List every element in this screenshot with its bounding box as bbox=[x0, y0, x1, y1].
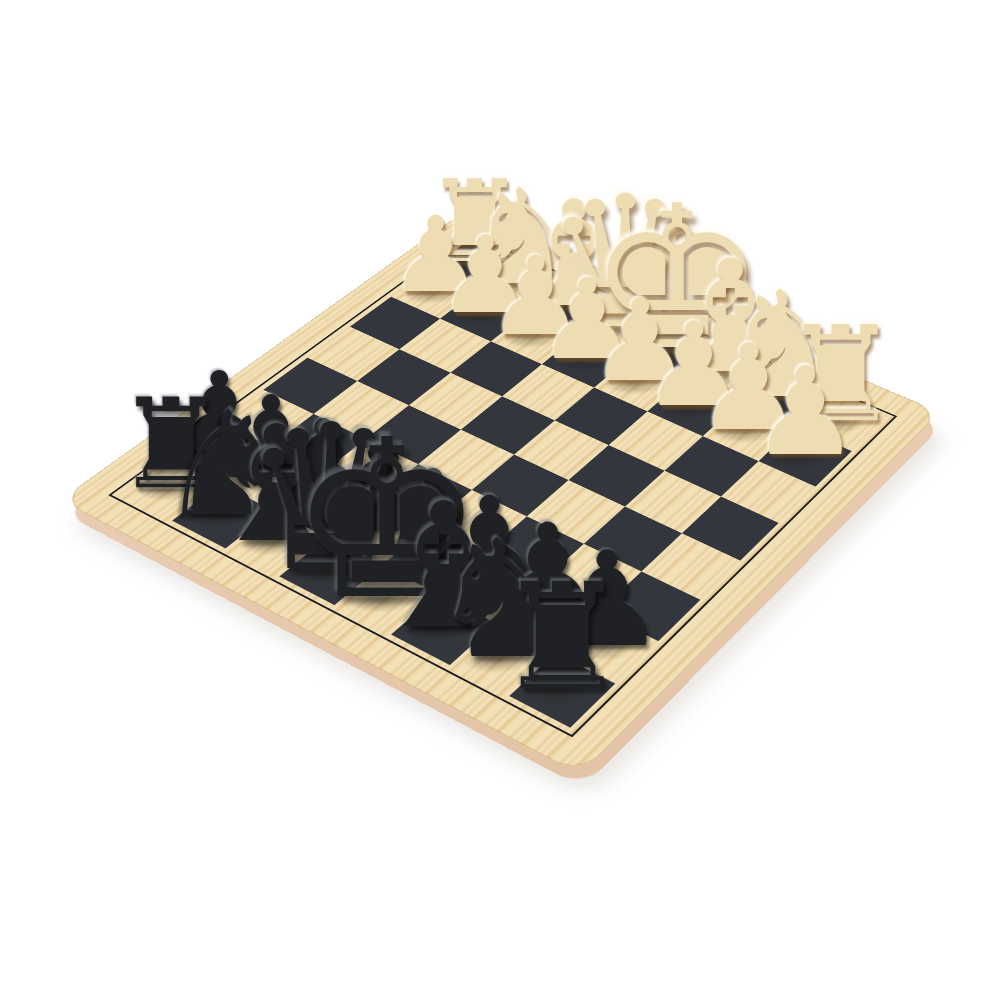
piece-white-pawn-h2: ♟ bbox=[751, 352, 860, 473]
chess-product-photo: ♜♞♝♛♚♝♞♜♟♟♟♟♟♟♟♟♟♟♟♟♟♟♟♟♜♞♝♛♚♝♞♜ bbox=[0, 0, 1000, 1000]
pieces-layer: ♜♞♝♛♚♝♞♜♟♟♟♟♟♟♟♟♟♟♟♟♟♟♟♟♜♞♝♛♚♝♞♜ bbox=[0, 0, 1000, 1000]
piece-black-rook-h8: ♜ bbox=[497, 563, 629, 710]
